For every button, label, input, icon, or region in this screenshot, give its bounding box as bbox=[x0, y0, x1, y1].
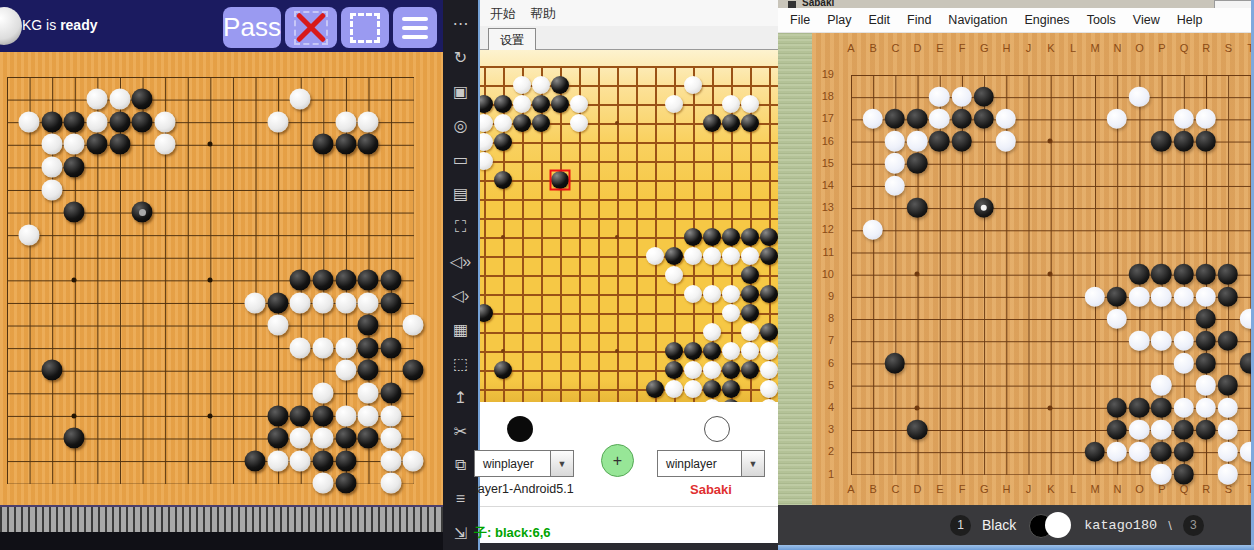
black-stone bbox=[1173, 464, 1194, 485]
star-point bbox=[615, 121, 619, 125]
menu-icon[interactable]: ≡ bbox=[443, 482, 478, 516]
black-engine-label: layer1-Android5.1 bbox=[475, 482, 574, 496]
coord-number: 11 bbox=[816, 246, 834, 258]
black-stone bbox=[1151, 264, 1172, 285]
star-point bbox=[207, 142, 212, 147]
coord-number: 3 bbox=[816, 423, 834, 435]
move-slider[interactable] bbox=[0, 505, 443, 534]
black-player-dropdown-icon[interactable]: ▼ bbox=[550, 450, 574, 477]
star-point bbox=[501, 349, 505, 353]
white-stone bbox=[480, 133, 493, 151]
white-stone bbox=[290, 292, 311, 313]
white-stone bbox=[358, 405, 379, 426]
white-stone bbox=[1151, 331, 1172, 352]
white-stone bbox=[703, 323, 721, 341]
coord-letter-top: S bbox=[1219, 42, 1237, 54]
black-stone bbox=[1218, 286, 1239, 307]
white-stone bbox=[380, 473, 401, 494]
black-stone bbox=[494, 95, 512, 113]
move-number-badge: 1 bbox=[950, 515, 971, 536]
dashed-square-icon bbox=[350, 13, 380, 43]
black-stone bbox=[132, 89, 153, 110]
star-point bbox=[915, 272, 920, 277]
black-stone bbox=[741, 285, 759, 303]
black-stone bbox=[494, 133, 512, 151]
white-stone bbox=[312, 473, 333, 494]
black-stone bbox=[380, 269, 401, 290]
white-stone bbox=[19, 111, 40, 132]
white-stone bbox=[1218, 442, 1239, 463]
black-stone bbox=[929, 131, 950, 152]
coord-letter-top: J bbox=[1020, 42, 1038, 54]
black-stone bbox=[1195, 264, 1216, 285]
black-stone bbox=[951, 131, 972, 152]
black-stone bbox=[494, 361, 512, 379]
black-stone bbox=[907, 109, 928, 130]
black-stone bbox=[132, 111, 153, 132]
white-stone bbox=[760, 342, 778, 360]
title-bar[interactable]: Sabaki bbox=[778, 0, 1254, 8]
coord-number: 2 bbox=[816, 445, 834, 457]
white-stone bbox=[1151, 286, 1172, 307]
black-stone bbox=[1107, 397, 1128, 418]
coord-letter-top: B bbox=[864, 42, 882, 54]
black-stone bbox=[532, 95, 550, 113]
black-stone bbox=[109, 134, 130, 155]
white-stone bbox=[290, 89, 311, 110]
coord-number: 8 bbox=[816, 312, 834, 324]
black-stone bbox=[1129, 397, 1150, 418]
coord-letter-top: E bbox=[931, 42, 949, 54]
black-stone bbox=[646, 380, 664, 398]
black-stone bbox=[312, 134, 333, 155]
tab-settings[interactable]: 设置 bbox=[488, 28, 536, 51]
more-options-icon[interactable]: ⋯ bbox=[443, 6, 478, 40]
black-stone bbox=[335, 428, 356, 449]
white-stone bbox=[1151, 464, 1172, 485]
go-board-left[interactable] bbox=[0, 52, 443, 505]
white-stone bbox=[929, 86, 950, 107]
black-stone-icon bbox=[507, 416, 533, 442]
black-stone bbox=[703, 114, 721, 132]
black-stone bbox=[551, 171, 569, 189]
star-point bbox=[1048, 272, 1053, 277]
coord-number: 12 bbox=[816, 223, 834, 235]
coord-letter-top: H bbox=[997, 42, 1015, 54]
white-stone bbox=[380, 405, 401, 426]
white-stone bbox=[290, 428, 311, 449]
white-stone bbox=[312, 292, 333, 313]
sabaki-menu-view[interactable]: View bbox=[1133, 13, 1160, 27]
white-stone bbox=[885, 175, 906, 196]
black-stone bbox=[1151, 442, 1172, 463]
black-stone bbox=[380, 337, 401, 358]
black-stone bbox=[335, 134, 356, 155]
add-engine-button[interactable]: + bbox=[601, 444, 634, 477]
white-stone bbox=[722, 95, 740, 113]
black-stone bbox=[1107, 419, 1128, 440]
coord-letter-bottom: S bbox=[1219, 483, 1237, 495]
white-stone bbox=[1218, 397, 1239, 418]
white-stone bbox=[312, 428, 333, 449]
coord-letter-top: Q bbox=[1175, 42, 1193, 54]
black-stone bbox=[665, 247, 683, 265]
black-stone bbox=[760, 323, 778, 341]
copy-windows-icon[interactable]: ⧉ bbox=[443, 448, 478, 482]
coord-letter-top: G bbox=[975, 42, 993, 54]
white-stone bbox=[722, 285, 740, 303]
white-stone bbox=[267, 315, 288, 336]
white-stone bbox=[532, 76, 550, 94]
white-stone bbox=[312, 337, 333, 358]
white-stone bbox=[741, 95, 759, 113]
black-stone bbox=[494, 171, 512, 189]
sabaki-menu-edit[interactable]: Edit bbox=[868, 13, 890, 27]
white-stone bbox=[245, 292, 266, 313]
scrcpy-toolbar: ⋯↻▣◎▭▤⛶◁»◁›▦⬚↥✂⧉≡⇲ bbox=[443, 0, 478, 550]
coord-letter-bottom: K bbox=[1042, 483, 1060, 495]
white-stone bbox=[380, 428, 401, 449]
white-stone-icon bbox=[704, 416, 730, 442]
coord-number: 6 bbox=[816, 357, 834, 369]
white-stone bbox=[646, 247, 664, 265]
engine-name: katago180 bbox=[1084, 518, 1157, 533]
black-stone bbox=[380, 292, 401, 313]
white-stone bbox=[684, 380, 702, 398]
white-stone bbox=[1218, 464, 1239, 485]
star-point bbox=[615, 235, 619, 239]
white-stone bbox=[760, 361, 778, 379]
white-stone bbox=[358, 292, 379, 313]
coord-letter-bottom: N bbox=[1108, 483, 1126, 495]
go-controller-app: 开始 帮助 设置 winplayer ▼ + winplayer ▼ layer… bbox=[478, 0, 790, 550]
black-stone bbox=[1151, 397, 1172, 418]
save-state-icon[interactable]: ▤ bbox=[443, 176, 478, 210]
star-point bbox=[207, 277, 212, 282]
black-stone bbox=[267, 405, 288, 426]
black-stone bbox=[64, 428, 85, 449]
black-stone bbox=[513, 114, 531, 132]
red-x-icon bbox=[294, 11, 328, 45]
white-stone bbox=[1107, 109, 1128, 130]
black-stone bbox=[64, 156, 85, 177]
white-player-select[interactable]: winplayer bbox=[657, 450, 743, 477]
coord-number: 18 bbox=[816, 90, 834, 102]
coord-letter-bottom: B bbox=[864, 483, 882, 495]
star-point bbox=[915, 405, 920, 410]
window-controls[interactable] bbox=[1214, 0, 1254, 8]
coord-number: 17 bbox=[816, 112, 834, 124]
white-stone bbox=[1084, 286, 1105, 307]
white-stone bbox=[380, 450, 401, 471]
select-area-button[interactable] bbox=[341, 7, 389, 48]
black-stone bbox=[480, 304, 493, 322]
coord-letter-bottom: L bbox=[1064, 483, 1082, 495]
white-stone bbox=[1129, 442, 1150, 463]
star-point bbox=[72, 413, 77, 418]
black-stone bbox=[1173, 264, 1194, 285]
cut-icon[interactable]: ✂ bbox=[443, 414, 478, 448]
sabaki-menu-engines[interactable]: Engines bbox=[1024, 13, 1069, 27]
black-stone bbox=[1173, 131, 1194, 152]
white-stone bbox=[1173, 286, 1194, 307]
white-stone bbox=[290, 337, 311, 358]
black-stone bbox=[665, 342, 683, 360]
coord-letter-top: L bbox=[1064, 42, 1082, 54]
go-board-sabaki[interactable] bbox=[778, 33, 1254, 505]
resign-button[interactable] bbox=[285, 7, 337, 48]
sabaki-menu-play[interactable]: Play bbox=[827, 13, 851, 27]
sabaki-menu-navigation[interactable]: Navigation bbox=[948, 13, 1007, 27]
white-stone bbox=[403, 450, 424, 471]
black-stone bbox=[1173, 419, 1194, 440]
last-move-marker bbox=[139, 209, 146, 216]
black-stone bbox=[722, 228, 740, 246]
white-stone bbox=[335, 337, 356, 358]
rotate-device-icon[interactable]: ↻ bbox=[443, 40, 478, 74]
status-text: KG is ready bbox=[22, 17, 97, 33]
black-stone bbox=[684, 342, 702, 360]
black-stone bbox=[109, 111, 130, 132]
black-stone bbox=[973, 197, 994, 218]
coord-letter-bottom: O bbox=[1131, 483, 1149, 495]
white-stone bbox=[1173, 397, 1194, 418]
app-header: KG is ready Pass bbox=[0, 0, 443, 52]
white-stone bbox=[86, 89, 107, 110]
black-stone bbox=[245, 450, 266, 471]
black-stone bbox=[358, 269, 379, 290]
black-stone bbox=[703, 380, 721, 398]
black-stone bbox=[741, 304, 759, 322]
white-stone bbox=[1151, 375, 1172, 396]
black-stone bbox=[684, 228, 702, 246]
black-stone bbox=[665, 361, 683, 379]
black-stone bbox=[951, 109, 972, 130]
black-stone bbox=[1218, 375, 1239, 396]
black-stone bbox=[1195, 131, 1216, 152]
keyboard-icon[interactable]: ▦ bbox=[443, 312, 478, 346]
sabaki-menu-tools[interactable]: Tools bbox=[1087, 13, 1116, 27]
star-point bbox=[72, 277, 77, 282]
black-stone bbox=[703, 228, 721, 246]
white-stone bbox=[862, 109, 883, 130]
coord-number: 7 bbox=[816, 334, 834, 346]
white-stone bbox=[665, 95, 683, 113]
black-stone bbox=[722, 380, 740, 398]
black-stone bbox=[132, 202, 153, 223]
black-stone bbox=[1218, 331, 1239, 352]
black-stone bbox=[358, 134, 379, 155]
white-stone bbox=[760, 380, 778, 398]
coord-letter-bottom: F bbox=[953, 483, 971, 495]
black-stone bbox=[973, 109, 994, 130]
move-status-text: 子: black:6,6 bbox=[474, 524, 551, 542]
star-point bbox=[1048, 405, 1053, 410]
sabaki-menu-file[interactable]: File bbox=[790, 13, 810, 27]
pass-button[interactable]: Pass bbox=[223, 7, 281, 48]
white-stone bbox=[494, 114, 512, 132]
white-stone bbox=[403, 315, 424, 336]
player-panel: winplayer ▼ + winplayer ▼ layer1-Android… bbox=[480, 402, 790, 543]
black-stone bbox=[760, 247, 778, 265]
menu-start[interactable]: 开始 bbox=[490, 5, 516, 23]
white-stone bbox=[996, 109, 1017, 130]
white-engine-label: Sabaki bbox=[657, 482, 765, 497]
sabaki-menu-bar: FilePlayEditFindNavigationEnginesToolsVi… bbox=[778, 8, 1254, 33]
white-stone bbox=[570, 114, 588, 132]
coord-letter-bottom: R bbox=[1197, 483, 1215, 495]
white-stone bbox=[41, 156, 62, 177]
white-stone bbox=[480, 114, 493, 132]
black-stone bbox=[1195, 331, 1216, 352]
black-stone bbox=[973, 86, 994, 107]
sabaki-window: Sabaki FilePlayEditFindNavigationEngines… bbox=[778, 0, 1254, 550]
coord-number: 15 bbox=[816, 157, 834, 169]
white-stone bbox=[1195, 397, 1216, 418]
fullscreen-icon[interactable]: ⛶ bbox=[443, 210, 478, 244]
player-toggle[interactable] bbox=[1027, 512, 1073, 538]
white-stone bbox=[722, 304, 740, 322]
black-stone bbox=[703, 342, 721, 360]
white-stone bbox=[1151, 419, 1172, 440]
install-apk-icon[interactable]: ↥ bbox=[443, 380, 478, 414]
black-stone bbox=[312, 405, 333, 426]
black-stone bbox=[1084, 442, 1105, 463]
location-icon[interactable]: ◎ bbox=[443, 108, 478, 142]
coord-number: 4 bbox=[816, 401, 834, 413]
black-stone bbox=[86, 134, 107, 155]
white-stone bbox=[154, 134, 175, 155]
tab-strip: 设置 bbox=[480, 26, 792, 50]
white-stone bbox=[290, 450, 311, 471]
white-stone bbox=[335, 292, 356, 313]
black-player-select[interactable]: winplayer bbox=[474, 450, 552, 477]
black-stone bbox=[1195, 308, 1216, 329]
coord-number: 9 bbox=[816, 290, 834, 302]
coord-number: 1 bbox=[816, 468, 834, 480]
star-point bbox=[207, 413, 212, 418]
white-player-dropdown-icon[interactable]: ▼ bbox=[741, 450, 765, 477]
menu-bar: 开始 帮助 bbox=[480, 0, 792, 26]
white-stone bbox=[64, 134, 85, 155]
busy-indicator: \ bbox=[1168, 518, 1172, 533]
black-stone bbox=[907, 197, 928, 218]
coord-letter-top: C bbox=[886, 42, 904, 54]
white-stone bbox=[907, 131, 928, 152]
sabaki-menu-help[interactable]: Help bbox=[1177, 13, 1203, 27]
remote-control-icon[interactable]: ⬚ bbox=[443, 346, 478, 380]
black-stone bbox=[722, 114, 740, 132]
black-stone bbox=[551, 76, 569, 94]
black-stone bbox=[290, 405, 311, 426]
white-stone bbox=[480, 152, 493, 170]
white-stone bbox=[19, 224, 40, 245]
coord-letter-bottom: Q bbox=[1175, 483, 1193, 495]
window-title: Sabaki bbox=[802, 0, 834, 8]
white-stone bbox=[1173, 353, 1194, 374]
taskbar-strip bbox=[480, 543, 792, 550]
white-stone bbox=[1107, 308, 1128, 329]
black-stone bbox=[760, 285, 778, 303]
white-stone bbox=[1173, 331, 1194, 352]
coord-letter-bottom: A bbox=[842, 483, 860, 495]
white-stone bbox=[722, 247, 740, 265]
white-stone bbox=[513, 95, 531, 113]
coord-letter-bottom: P bbox=[1153, 483, 1171, 495]
black-stone bbox=[741, 114, 759, 132]
black-stone bbox=[532, 114, 550, 132]
star-point bbox=[501, 235, 505, 239]
to-play-label: Black bbox=[982, 517, 1016, 533]
white-stone bbox=[1195, 375, 1216, 396]
star-point bbox=[615, 349, 619, 353]
coord-letter-bottom: H bbox=[997, 483, 1015, 495]
black-stone bbox=[267, 428, 288, 449]
black-stone bbox=[760, 228, 778, 246]
white-stone bbox=[1173, 109, 1194, 130]
black-stone bbox=[312, 450, 333, 471]
black-stone bbox=[41, 111, 62, 132]
resize-icon[interactable]: ⇲ bbox=[443, 516, 478, 550]
menu-help[interactable]: 帮助 bbox=[530, 5, 556, 23]
white-stone bbox=[684, 76, 702, 94]
white-stone bbox=[154, 111, 175, 132]
sabaki-menu-find[interactable]: Find bbox=[907, 13, 931, 27]
coord-letter-bottom: C bbox=[886, 483, 904, 495]
white-stone bbox=[1129, 331, 1150, 352]
last-move-marker bbox=[981, 205, 987, 211]
coord-letter-bottom: J bbox=[1020, 483, 1038, 495]
white-stone bbox=[1218, 419, 1239, 440]
black-stone bbox=[885, 353, 906, 374]
coord-number: 10 bbox=[816, 268, 834, 280]
white-stone bbox=[1195, 109, 1216, 130]
star-point bbox=[1048, 139, 1053, 144]
white-stone bbox=[862, 220, 883, 241]
volume-up-icon[interactable]: ◁» bbox=[443, 244, 478, 278]
black-stone bbox=[64, 202, 85, 223]
sabaki-status-bar: 1 Black katago180 \ 3 bbox=[778, 505, 1254, 545]
black-stone bbox=[358, 360, 379, 381]
coord-letter-top: R bbox=[1197, 42, 1215, 54]
coord-number: 5 bbox=[816, 379, 834, 391]
white-stone bbox=[267, 450, 288, 471]
coord-number: 14 bbox=[816, 179, 834, 191]
coord-letter-top: N bbox=[1108, 42, 1126, 54]
coord-number: 19 bbox=[816, 68, 834, 80]
white-stone bbox=[885, 131, 906, 152]
hamburger-menu-button[interactable] bbox=[393, 7, 437, 48]
white-stone bbox=[109, 89, 130, 110]
go-board-middle[interactable] bbox=[480, 50, 790, 402]
volume-down-icon[interactable]: ◁› bbox=[443, 278, 478, 312]
black-stone bbox=[358, 337, 379, 358]
black-stone bbox=[335, 450, 356, 471]
black-stone bbox=[1195, 419, 1216, 440]
white-stone bbox=[741, 342, 759, 360]
white-stone bbox=[1107, 442, 1128, 463]
black-stone bbox=[41, 360, 62, 381]
black-stone bbox=[335, 473, 356, 494]
black-stone bbox=[480, 95, 493, 113]
screenshot-icon[interactable]: ▣ bbox=[443, 74, 478, 108]
black-stone bbox=[380, 382, 401, 403]
black-stone bbox=[722, 361, 740, 379]
white-stone bbox=[335, 111, 356, 132]
coord-letter-bottom: D bbox=[909, 483, 927, 495]
display-icon[interactable]: ▭ bbox=[443, 142, 478, 176]
black-stone bbox=[907, 153, 928, 174]
